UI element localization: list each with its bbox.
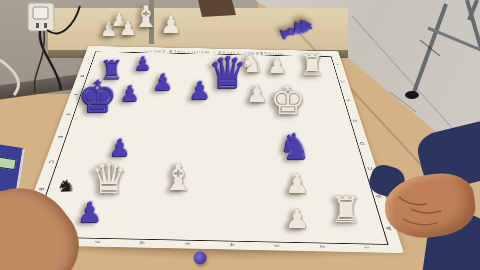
file-label-D: D <box>357 140 369 146</box>
rank-label-6: 6 <box>136 239 147 247</box>
photo-scene: WHOLESALE CHESS · WHOLESALE CHESS ♞ AABB… <box>0 0 480 270</box>
file-label-G: G <box>77 74 87 79</box>
game-clock[interactable] <box>0 144 25 194</box>
rank-label-1: 1 <box>361 243 373 251</box>
file-label-F: F <box>344 98 354 103</box>
board-grid <box>30 52 388 245</box>
file-label-E: E <box>62 112 73 118</box>
file-label-G: G <box>338 79 348 84</box>
file-label-H: H <box>333 62 342 66</box>
printed-knight-logo: ♞ <box>54 177 78 195</box>
rank-label-3: 3 <box>272 242 283 250</box>
rank-label-2: 2 <box>316 243 327 251</box>
rank-label-4: 4 <box>227 241 237 249</box>
file-label-H: H <box>83 57 93 61</box>
file-label-E: E <box>350 118 361 124</box>
file-label-F: F <box>70 92 81 97</box>
clock-display <box>0 156 17 170</box>
rank-label-5: 5 <box>182 240 192 248</box>
rank-label-7: 7 <box>91 238 103 246</box>
